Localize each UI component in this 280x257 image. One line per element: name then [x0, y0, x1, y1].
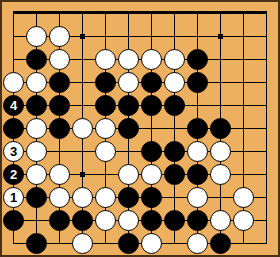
white-stone [26, 141, 47, 162]
intersection-3-3 [71, 71, 94, 94]
intersection-6-5 [117, 140, 140, 163]
intersection-1-2 [48, 25, 71, 48]
grid-line-vertical [82, 48, 83, 71]
intersection-3-11 [255, 71, 278, 94]
intersection-0-5 [117, 2, 140, 25]
grid-line-vertical [174, 13, 175, 25]
star-point [218, 34, 223, 39]
grid-line-vertical [174, 25, 175, 48]
intersection-8-6 [140, 186, 163, 209]
white-stone [164, 72, 185, 93]
intersection-2-8 [186, 48, 209, 71]
grid-line-vertical [266, 13, 267, 25]
intersection-6-9 [209, 140, 232, 163]
grid-line-vertical [220, 71, 221, 94]
white-stone [141, 233, 162, 254]
black-stone [210, 233, 231, 254]
black-stone [164, 164, 185, 185]
grid-line-vertical [243, 163, 244, 186]
intersection-8-4 [94, 186, 117, 209]
intersection-2-6 [140, 48, 163, 71]
grid-line-vertical [266, 71, 267, 94]
intersection-0-4 [94, 2, 117, 25]
white-stone [26, 26, 47, 47]
intersection-1-7 [163, 25, 186, 48]
white-stone [118, 72, 139, 93]
grid-line-vertical [243, 48, 244, 71]
intersection-8-11 [255, 186, 278, 209]
grid-line-vertical [82, 71, 83, 94]
intersection-0-10 [232, 2, 255, 25]
intersection-4-0: 4 [2, 94, 25, 117]
grid-line-vertical [36, 209, 37, 232]
intersection-6-6 [140, 140, 163, 163]
intersection-6-2 [48, 140, 71, 163]
intersection-7-10 [232, 163, 255, 186]
grid-line-vertical [243, 140, 244, 163]
grid-line-vertical [59, 140, 60, 163]
black-stone [49, 118, 70, 139]
grid-line-vertical [243, 13, 244, 25]
intersection-2-4 [94, 48, 117, 71]
black-stone [141, 187, 162, 208]
intersection-10-3 [71, 232, 94, 255]
black-stone [164, 210, 185, 231]
intersection-8-8 [186, 186, 209, 209]
intersection-7-9 [209, 163, 232, 186]
intersection-8-0: 1 [2, 186, 25, 209]
black-stone [49, 210, 70, 231]
white-stone [164, 49, 185, 70]
intersection-8-10 [232, 186, 255, 209]
intersection-8-7 [163, 186, 186, 209]
grid-line-vertical [82, 140, 83, 163]
star-point [80, 34, 85, 39]
intersection-10-0 [2, 232, 25, 255]
black-stone [49, 72, 70, 93]
grid-line-vertical [197, 13, 198, 25]
black-stone [26, 95, 47, 116]
intersection-9-11 [255, 209, 278, 232]
intersection-2-11 [255, 48, 278, 71]
intersection-1-3 [71, 25, 94, 48]
intersection-5-2 [48, 117, 71, 140]
intersection-5-9 [209, 117, 232, 140]
white-stone [49, 49, 70, 70]
intersection-10-9 [209, 232, 232, 255]
black-stone [26, 49, 47, 70]
intersection-4-2 [48, 94, 71, 117]
black-stone [187, 72, 208, 93]
intersection-2-2 [48, 48, 71, 71]
intersection-8-9 [209, 186, 232, 209]
grid-line-vertical [197, 25, 198, 48]
white-stone [95, 118, 116, 139]
grid-line-horizontal [13, 11, 25, 14]
intersection-7-11 [255, 163, 278, 186]
intersection-5-8 [186, 117, 209, 140]
intersection-1-1 [25, 25, 48, 48]
intersection-0-11 [255, 2, 278, 25]
intersection-10-6 [140, 232, 163, 255]
grid-line-vertical [59, 13, 60, 25]
white-stone [118, 164, 139, 185]
grid-line-vertical [243, 232, 244, 244]
intersection-5-10 [232, 117, 255, 140]
intersection-3-7 [163, 71, 186, 94]
intersection-2-10 [232, 48, 255, 71]
intersection-1-5 [117, 25, 140, 48]
black-stone [118, 233, 139, 254]
intersection-7-3 [71, 163, 94, 186]
intersection-6-3 [71, 140, 94, 163]
intersection-7-6 [140, 163, 163, 186]
intersection-3-1 [25, 71, 48, 94]
grid-line-vertical [220, 186, 221, 209]
black-stone [118, 95, 139, 116]
white-stone [26, 72, 47, 93]
black-stone [187, 118, 208, 139]
black-stone [141, 210, 162, 231]
intersection-7-0: 2 [2, 163, 25, 186]
intersection-10-2 [48, 232, 71, 255]
grid-line-vertical [220, 94, 221, 117]
white-stone [49, 26, 70, 47]
white-stone [233, 210, 254, 231]
white-stone [49, 187, 70, 208]
white-stone [141, 49, 162, 70]
grid-line-vertical [105, 13, 106, 25]
intersection-1-0 [2, 25, 25, 48]
stone-move-3: 3 [3, 141, 24, 162]
white-stone [187, 187, 208, 208]
intersection-10-11 [255, 232, 278, 255]
intersection-9-5 [117, 209, 140, 232]
intersection-5-5 [117, 117, 140, 140]
grid-line-vertical [266, 48, 267, 71]
black-stone [3, 118, 24, 139]
black-stone [95, 72, 116, 93]
intersection-9-6 [140, 209, 163, 232]
intersection-4-8 [186, 94, 209, 117]
grid-line-vertical [243, 71, 244, 94]
white-stone [26, 164, 47, 185]
white-stone [49, 164, 70, 185]
intersection-4-1 [25, 94, 48, 117]
intersection-4-5 [117, 94, 140, 117]
intersection-3-4 [94, 71, 117, 94]
intersection-4-9 [209, 94, 232, 117]
intersection-5-3 [71, 117, 94, 140]
intersection-4-7 [163, 94, 186, 117]
intersection-0-2 [48, 2, 71, 25]
white-stone [26, 118, 47, 139]
white-stone [210, 164, 231, 185]
intersection-0-9 [209, 2, 232, 25]
black-stone [72, 210, 93, 231]
white-stone [72, 233, 93, 254]
intersection-2-3 [71, 48, 94, 71]
intersection-4-4 [94, 94, 117, 117]
intersection-7-5 [117, 163, 140, 186]
intersection-5-0 [2, 117, 25, 140]
intersection-5-1 [25, 117, 48, 140]
intersection-6-10 [232, 140, 255, 163]
intersection-9-8 [186, 209, 209, 232]
intersection-7-8 [186, 163, 209, 186]
white-stone [118, 210, 139, 231]
grid-line-horizontal [13, 59, 25, 60]
stone-move-2: 2 [3, 164, 24, 185]
grid-line-vertical [82, 13, 83, 25]
intersection-1-11 [255, 25, 278, 48]
intersection-9-4 [94, 209, 117, 232]
intersection-9-0 [2, 209, 25, 232]
intersection-0-8 [186, 2, 209, 25]
grid-line-vertical [151, 25, 152, 48]
intersection-1-10 [232, 25, 255, 48]
grid-line-vertical [266, 232, 267, 244]
intersection-4-10 [232, 94, 255, 117]
intersection-5-6 [140, 117, 163, 140]
intersection-8-3 [71, 186, 94, 209]
intersection-6-0: 3 [2, 140, 25, 163]
intersection-8-1 [25, 186, 48, 209]
grid-line-vertical [13, 25, 14, 48]
white-stone [72, 187, 93, 208]
grid-line-vertical [266, 163, 267, 186]
black-stone [141, 72, 162, 93]
grid-line-vertical [105, 25, 106, 48]
grid-line-vertical [266, 209, 267, 232]
intersection-0-0 [2, 2, 25, 25]
black-stone [49, 95, 70, 116]
grid-line-vertical [266, 94, 267, 117]
grid-line-vertical [243, 117, 244, 140]
intersection-4-6 [140, 94, 163, 117]
intersection-6-8 [186, 140, 209, 163]
black-stone [26, 187, 47, 208]
grid-line-vertical [266, 140, 267, 163]
intersection-10-8 [186, 232, 209, 255]
grid-line-vertical [174, 117, 175, 140]
grid-line-horizontal [13, 243, 25, 244]
white-stone [72, 118, 93, 139]
intersection-0-6 [140, 2, 163, 25]
white-stone [95, 187, 116, 208]
white-stone [187, 141, 208, 162]
intersection-8-5 [117, 186, 140, 209]
grid-line-vertical [266, 25, 267, 48]
black-stone [141, 95, 162, 116]
grid-line-vertical [243, 94, 244, 117]
black-stone [164, 95, 185, 116]
intersection-0-3 [71, 2, 94, 25]
grid-line-vertical [105, 232, 106, 244]
grid-line-vertical [151, 13, 152, 25]
intersection-2-9 [209, 48, 232, 71]
intersection-2-1 [25, 48, 48, 71]
intersection-5-4 [94, 117, 117, 140]
white-stone [210, 141, 231, 162]
intersection-9-3 [71, 209, 94, 232]
grid-line-vertical [13, 13, 14, 25]
intersection-7-7 [163, 163, 186, 186]
grid-line-vertical [174, 186, 175, 209]
intersection-3-5 [117, 71, 140, 94]
grid-line-vertical [128, 25, 129, 48]
black-stone [141, 141, 162, 162]
intersection-5-7 [163, 117, 186, 140]
black-stone [187, 49, 208, 70]
intersection-9-1 [25, 209, 48, 232]
intersection-1-8 [186, 25, 209, 48]
grid-line-vertical [59, 232, 60, 244]
white-stone [187, 233, 208, 254]
black-stone [187, 210, 208, 231]
intersection-1-9 [209, 25, 232, 48]
intersection-3-10 [232, 71, 255, 94]
intersection-2-0 [2, 48, 25, 71]
white-stone [141, 164, 162, 185]
grid-line-vertical [151, 117, 152, 140]
go-board: 4321 [0, 0, 280, 257]
black-stone [118, 118, 139, 139]
intersection-1-4 [94, 25, 117, 48]
black-stone [3, 210, 24, 231]
intersection-1-6 [140, 25, 163, 48]
white-stone [95, 210, 116, 231]
intersection-0-7 [163, 2, 186, 25]
intersection-4-3 [71, 94, 94, 117]
intersection-0-1 [25, 2, 48, 25]
intersection-10-10 [232, 232, 255, 255]
intersection-3-2 [48, 71, 71, 94]
intersection-10-4 [94, 232, 117, 255]
intersection-10-1 [25, 232, 48, 255]
grid-line-vertical [266, 117, 267, 140]
stone-move-4: 4 [3, 95, 24, 116]
star-point [80, 172, 85, 177]
intersection-9-2 [48, 209, 71, 232]
grid-line-vertical [82, 94, 83, 117]
grid-line-vertical [128, 13, 129, 25]
intersection-6-1 [25, 140, 48, 163]
black-stone [118, 187, 139, 208]
white-stone [3, 72, 24, 93]
intersection-7-1 [25, 163, 48, 186]
intersection-6-4 [94, 140, 117, 163]
black-stone [164, 141, 185, 162]
stone-move-1: 1 [3, 187, 24, 208]
white-stone [118, 49, 139, 70]
grid-line-vertical [220, 48, 221, 71]
grid-line-vertical [174, 232, 175, 244]
grid-line-vertical [105, 163, 106, 186]
grid-line-vertical [13, 48, 14, 71]
intersection-10-5 [117, 232, 140, 255]
white-stone [95, 49, 116, 70]
white-stone [233, 187, 254, 208]
intersection-7-4 [94, 163, 117, 186]
intersection-3-0 [2, 71, 25, 94]
intersection-3-9 [209, 71, 232, 94]
black-stone [95, 95, 116, 116]
white-stone [95, 141, 116, 162]
black-stone [187, 164, 208, 185]
intersection-10-7 [163, 232, 186, 255]
intersection-5-11 [255, 117, 278, 140]
intersection-9-10 [232, 209, 255, 232]
grid-line-vertical [220, 13, 221, 25]
grid-line-vertical [128, 140, 129, 163]
intersection-6-7 [163, 140, 186, 163]
grid-line-vertical [243, 25, 244, 48]
intersection-3-8 [186, 71, 209, 94]
intersection-9-7 [163, 209, 186, 232]
grid-line-vertical [36, 13, 37, 25]
white-stone [210, 210, 231, 231]
grid-line-vertical [266, 186, 267, 209]
intersection-6-11 [255, 140, 278, 163]
grid-line-vertical [13, 232, 14, 244]
grid-line-vertical [197, 94, 198, 117]
intersection-2-5 [117, 48, 140, 71]
grid-line-horizontal [13, 36, 25, 37]
intersection-2-7 [163, 48, 186, 71]
intersection-7-2 [48, 163, 71, 186]
black-stone [210, 118, 231, 139]
intersection-4-11 [255, 94, 278, 117]
black-stone [26, 233, 47, 254]
intersection-3-6 [140, 71, 163, 94]
intersection-9-9 [209, 209, 232, 232]
intersection-8-2 [48, 186, 71, 209]
